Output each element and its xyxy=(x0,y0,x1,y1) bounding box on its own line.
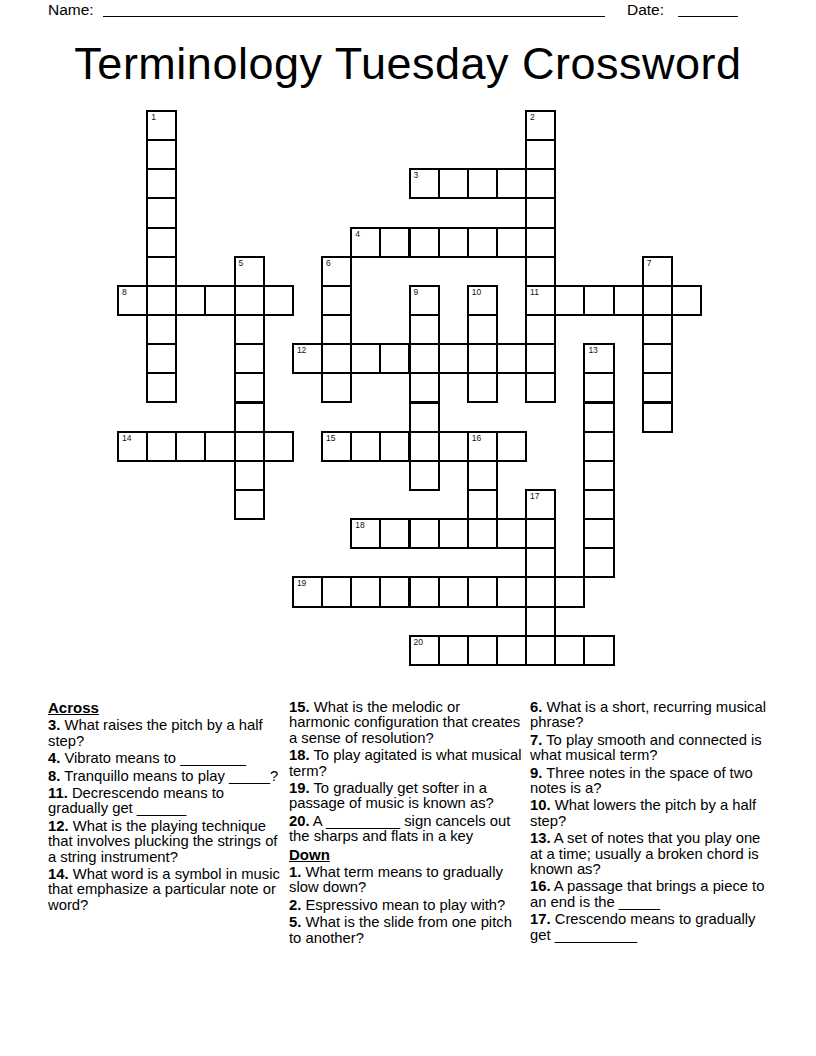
clue-across-18: 18. To play agitated is what musical ter… xyxy=(289,748,525,779)
clue-down-6: 6. What is a short, recurring musical ph… xyxy=(530,700,766,731)
grid-cell[interactable] xyxy=(146,343,177,374)
grid-cell[interactable] xyxy=(438,576,469,607)
clue-down-7: 7. To play smooth and connected is what … xyxy=(530,733,766,764)
clue-number: 19. xyxy=(289,780,310,796)
grid-cell[interactable]: 2 xyxy=(525,110,556,141)
grid-cell[interactable] xyxy=(642,372,673,403)
grid-cell[interactable] xyxy=(525,314,556,345)
grid-cell[interactable] xyxy=(263,285,294,316)
grid-cell[interactable] xyxy=(321,343,352,374)
clue-number: 5. xyxy=(289,914,301,930)
clue-number: 4. xyxy=(48,750,60,766)
clue-across-11: 11. Decrescendo means to gradually get _… xyxy=(48,786,284,817)
clue-number: 13. xyxy=(530,830,551,846)
grid-cell[interactable]: 5 xyxy=(234,256,265,287)
grid-cell[interactable] xyxy=(350,343,381,374)
grid-cell[interactable] xyxy=(379,576,410,607)
grid-cell[interactable] xyxy=(379,343,410,374)
grid-cell[interactable] xyxy=(496,168,527,199)
grid-cell[interactable] xyxy=(525,256,556,287)
grid-cell[interactable] xyxy=(321,372,352,403)
grid-cell[interactable] xyxy=(234,460,265,491)
grid-cell[interactable] xyxy=(467,518,498,549)
grid-cell[interactable] xyxy=(583,372,614,403)
grid-cell[interactable]: 7 xyxy=(642,256,673,287)
grid-cell[interactable] xyxy=(467,372,498,403)
grid-cell[interactable] xyxy=(525,372,556,403)
clue-across-3: 3. What raises the pitch by a half step? xyxy=(48,718,284,749)
clue-down-16: 16. A passage that brings a piece to an … xyxy=(530,879,766,910)
grid-cell[interactable] xyxy=(175,431,206,462)
cell-number: 8 xyxy=(122,288,127,297)
name-label: Name: xyxy=(48,1,94,19)
clue-across-12: 12. What is the playing technique that i… xyxy=(48,819,284,865)
cell-number: 16 xyxy=(472,434,481,443)
grid-cell[interactable] xyxy=(525,139,556,170)
clue-number: 18. xyxy=(289,747,310,763)
grid-cell[interactable] xyxy=(467,227,498,258)
clue-number: 20. xyxy=(289,813,310,829)
grid-cell[interactable]: 4 xyxy=(350,227,381,258)
grid-cell[interactable] xyxy=(204,431,235,462)
grid-cell[interactable] xyxy=(438,168,469,199)
grid-cell[interactable] xyxy=(438,227,469,258)
grid-cell[interactable]: 8 xyxy=(117,285,148,316)
grid-cell[interactable] xyxy=(583,431,614,462)
grid-cell[interactable]: 10 xyxy=(467,285,498,316)
grid-cell[interactable] xyxy=(525,547,556,578)
grid-cell[interactable] xyxy=(496,431,527,462)
grid-cell[interactable] xyxy=(146,285,177,316)
cell-number: 6 xyxy=(326,259,331,268)
clue-across-4: 4. Vibrato means to ________ xyxy=(48,751,284,766)
cell-number: 10 xyxy=(472,288,481,297)
clue-down-5: 5. What is the slide from one pitch to a… xyxy=(289,915,525,946)
grid-cell[interactable] xyxy=(234,372,265,403)
grid-cell[interactable] xyxy=(350,576,381,607)
grid-cell[interactable] xyxy=(146,372,177,403)
grid-cell[interactable] xyxy=(321,285,352,316)
grid-cell[interactable] xyxy=(642,314,673,345)
clue-across-15: 15. What is the melodic or harmonic conf… xyxy=(289,700,525,746)
clue-number: 3. xyxy=(48,717,60,733)
grid-cell[interactable] xyxy=(146,168,177,199)
grid-cell[interactable] xyxy=(583,285,614,316)
grid-cell[interactable] xyxy=(496,576,527,607)
grid-cell[interactable] xyxy=(350,431,381,462)
grid-cell[interactable] xyxy=(525,343,556,374)
grid-cell[interactable]: 17 xyxy=(525,489,556,520)
grid-cell[interactable] xyxy=(583,547,614,578)
grid-cell[interactable] xyxy=(467,314,498,345)
grid-cell[interactable]: 3 xyxy=(409,168,440,199)
clue-column-3: 6. What is a short, recurring musical ph… xyxy=(530,700,766,948)
cell-number: 7 xyxy=(647,259,652,268)
grid-cell[interactable] xyxy=(146,139,177,170)
cell-number: 4 xyxy=(355,230,360,239)
cell-number: 14 xyxy=(122,434,131,443)
clue-across-14: 14. What word is a symbol in music that … xyxy=(48,867,284,913)
grid-cell[interactable] xyxy=(175,285,206,316)
grid-cell[interactable] xyxy=(234,314,265,345)
grid-cell[interactable] xyxy=(409,227,440,258)
grid-cell[interactable] xyxy=(613,285,644,316)
name-blank-line[interactable] xyxy=(103,0,605,17)
cell-number: 15 xyxy=(326,434,335,443)
grid-cell[interactable] xyxy=(554,576,585,607)
grid-cell[interactable] xyxy=(321,314,352,345)
clue-number: 2. xyxy=(289,897,301,913)
grid-cell[interactable] xyxy=(379,431,410,462)
clue-number: 6. xyxy=(530,699,542,715)
clue-across-19: 19. To gradually get softer in a passage… xyxy=(289,781,525,812)
grid-cell[interactable]: 13 xyxy=(583,343,614,374)
page-title: Terminology Tuesday Crossword xyxy=(0,40,816,87)
grid-cell[interactable] xyxy=(525,635,556,666)
grid-cell[interactable] xyxy=(525,518,556,549)
grid-cell[interactable] xyxy=(583,518,614,549)
grid-cell[interactable] xyxy=(496,635,527,666)
grid-cell[interactable] xyxy=(467,576,498,607)
cell-number: 17 xyxy=(530,492,539,501)
cell-number: 1 xyxy=(151,113,156,122)
crossword-grid: 1234567891011121314151617181920 xyxy=(117,110,703,667)
cell-number: 3 xyxy=(414,171,419,180)
cell-number: 19 xyxy=(297,579,306,588)
clue-column-2: 15. What is the melodic or harmonic conf… xyxy=(289,700,525,948)
clue-down-17: 17. Crescendo means to gradually get ___… xyxy=(530,912,766,943)
clue-down-1: 1. What term means to gradually slow dow… xyxy=(289,865,525,896)
cell-number: 12 xyxy=(297,346,306,355)
grid-cell[interactable] xyxy=(409,576,440,607)
grid-cell[interactable] xyxy=(438,518,469,549)
clue-column-1: Across3. What raises the pitch by a half… xyxy=(48,700,284,948)
grid-cell[interactable]: 12 xyxy=(292,343,323,374)
grid-cell[interactable] xyxy=(234,402,265,433)
grid-cell[interactable] xyxy=(525,227,556,258)
grid-cell[interactable] xyxy=(409,402,440,433)
grid-cell[interactable] xyxy=(379,227,410,258)
grid-cell[interactable] xyxy=(409,314,440,345)
clue-number: 9. xyxy=(530,765,542,781)
grid-cell[interactable]: 6 xyxy=(321,256,352,287)
grid-cell[interactable] xyxy=(554,285,585,316)
clues-section: Across3. What raises the pitch by a half… xyxy=(48,700,766,948)
grid-cell[interactable] xyxy=(234,343,265,374)
clue-number: 14. xyxy=(48,866,69,882)
clue-down-9: 9. Three notes in the space of two notes… xyxy=(530,766,766,797)
grid-cell[interactable]: 18 xyxy=(350,518,381,549)
grid-cell[interactable] xyxy=(642,343,673,374)
grid-cell[interactable] xyxy=(234,489,265,520)
grid-cell[interactable] xyxy=(525,576,556,607)
clue-number: 1. xyxy=(289,864,301,880)
grid-cell[interactable] xyxy=(467,460,498,491)
grid-cell[interactable] xyxy=(234,431,265,462)
across-header: Across xyxy=(48,700,284,715)
grid-cell[interactable] xyxy=(496,227,527,258)
cell-number: 20 xyxy=(414,638,423,647)
grid-cell[interactable]: 15 xyxy=(321,431,352,462)
grid-cell[interactable] xyxy=(234,285,265,316)
grid-cell[interactable]: 9 xyxy=(409,285,440,316)
grid-cell[interactable] xyxy=(409,431,440,462)
clue-down-2: 2. Espressivo mean to play with? xyxy=(289,898,525,913)
grid-cell[interactable] xyxy=(146,431,177,462)
clue-number: 11. xyxy=(48,785,68,801)
grid-cell[interactable] xyxy=(554,635,585,666)
cell-number: 9 xyxy=(414,288,419,297)
grid-cell[interactable] xyxy=(146,197,177,228)
grid-cell[interactable] xyxy=(321,576,352,607)
clue-number: 12. xyxy=(48,818,69,834)
grid-cell[interactable] xyxy=(467,635,498,666)
grid-cell[interactable]: 1 xyxy=(146,110,177,141)
date-label: Date: xyxy=(627,1,664,19)
grid-cell[interactable] xyxy=(409,343,440,374)
clue-number: 16. xyxy=(530,878,551,894)
clue-down-13: 13. A set of notes that you play one at … xyxy=(530,831,766,877)
grid-cell[interactable] xyxy=(146,256,177,287)
grid-cell[interactable] xyxy=(496,343,527,374)
grid-cell[interactable]: 11 xyxy=(525,285,556,316)
clue-number: 15. xyxy=(289,699,310,715)
cell-number: 2 xyxy=(530,113,535,122)
grid-cell[interactable] xyxy=(583,489,614,520)
grid-cell[interactable]: 14 xyxy=(117,431,148,462)
grid-cell[interactable] xyxy=(467,489,498,520)
clue-across-8: 8. Tranquillo means to play _____? xyxy=(48,769,284,784)
grid-cell[interactable] xyxy=(409,518,440,549)
grid-cell[interactable] xyxy=(467,343,498,374)
clue-number: 17. xyxy=(530,911,551,927)
grid-cell[interactable] xyxy=(438,343,469,374)
cell-number: 5 xyxy=(239,259,244,268)
clue-across-20: 20. A _________ sign cancels out the sha… xyxy=(289,814,525,845)
grid-cell[interactable] xyxy=(583,460,614,491)
grid-cell[interactable]: 16 xyxy=(467,431,498,462)
grid-cell[interactable] xyxy=(671,285,702,316)
cell-number: 13 xyxy=(588,346,597,355)
grid-cell[interactable] xyxy=(583,402,614,433)
grid-cell[interactable] xyxy=(146,227,177,258)
down-header: Down xyxy=(289,847,525,862)
grid-cell[interactable] xyxy=(583,635,614,666)
clue-number: 10. xyxy=(530,797,551,813)
grid-cell[interactable] xyxy=(467,168,498,199)
grid-cell[interactable] xyxy=(642,285,673,316)
grid-cell[interactable] xyxy=(263,431,294,462)
grid-cell[interactable] xyxy=(525,197,556,228)
grid-cell[interactable] xyxy=(146,314,177,345)
clue-down-10: 10. What lowers the pitch by a half step… xyxy=(530,798,766,829)
grid-cell[interactable] xyxy=(409,372,440,403)
grid-cell[interactable]: 19 xyxy=(292,576,323,607)
grid-cell[interactable] xyxy=(438,431,469,462)
date-blank-line[interactable] xyxy=(678,0,738,17)
cell-number: 11 xyxy=(530,288,539,297)
clue-number: 7. xyxy=(530,732,542,748)
grid-cell[interactable] xyxy=(525,606,556,637)
grid-cell[interactable] xyxy=(642,402,673,433)
grid-cell[interactable]: 20 xyxy=(409,635,440,666)
grid-cell[interactable] xyxy=(379,518,410,549)
grid-cell[interactable] xyxy=(525,168,556,199)
grid-cell[interactable] xyxy=(409,460,440,491)
grid-cell[interactable] xyxy=(438,635,469,666)
crossword-worksheet: Name: Date: Terminology Tuesday Crosswor… xyxy=(0,0,816,1056)
clue-number: 8. xyxy=(48,768,60,784)
cell-number: 18 xyxy=(355,521,364,530)
grid-cell[interactable] xyxy=(204,285,235,316)
grid-cell[interactable] xyxy=(496,518,527,549)
